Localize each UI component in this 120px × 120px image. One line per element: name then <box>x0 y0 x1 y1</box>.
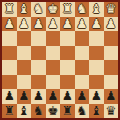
chess-piece-P[interactable]: ♟ <box>76 17 87 32</box>
chess-piece-B[interactable]: ♝ <box>91 2 102 17</box>
square[interactable]: ♟ <box>17 17 32 32</box>
square[interactable] <box>89 31 104 46</box>
chess-piece-N[interactable]: ♞ <box>33 2 44 17</box>
square[interactable]: ♜ <box>60 2 75 17</box>
chess-piece-b[interactable]: ♝ <box>18 104 29 119</box>
square[interactable] <box>75 46 90 61</box>
chess-piece-p[interactable]: ♟ <box>47 89 58 104</box>
chess-piece-r[interactable]: ♜ <box>62 104 73 119</box>
square[interactable]: ♝ <box>17 104 32 119</box>
square[interactable] <box>104 31 119 46</box>
square[interactable]: ♟ <box>60 17 75 32</box>
square[interactable]: ♟ <box>31 17 46 32</box>
chess-piece-p[interactable]: ♟ <box>62 89 73 104</box>
chess-piece-p[interactable]: ♟ <box>91 89 102 104</box>
chess-piece-p[interactable]: ♟ <box>4 89 15 104</box>
square[interactable] <box>60 75 75 90</box>
chess-piece-P[interactable]: ♟ <box>105 17 116 32</box>
square[interactable] <box>2 60 17 75</box>
square[interactable]: ♞ <box>75 104 90 119</box>
chess-piece-P[interactable]: ♟ <box>62 17 73 32</box>
square[interactable] <box>17 60 32 75</box>
square[interactable]: ♟ <box>46 89 61 104</box>
square[interactable]: ♝ <box>17 2 32 17</box>
chess-piece-P[interactable]: ♟ <box>4 17 15 32</box>
square[interactable] <box>31 60 46 75</box>
square[interactable] <box>2 75 17 90</box>
square[interactable] <box>46 31 61 46</box>
chess-piece-n[interactable]: ♞ <box>33 104 44 119</box>
square[interactable]: ♟ <box>17 89 32 104</box>
square[interactable] <box>31 46 46 61</box>
square[interactable]: ♟ <box>89 89 104 104</box>
square[interactable] <box>31 31 46 46</box>
chess-piece-n[interactable]: ♞ <box>76 104 87 119</box>
square[interactable]: ♟ <box>75 17 90 32</box>
square[interactable] <box>17 31 32 46</box>
chess-piece-B[interactable]: ♝ <box>18 2 29 17</box>
square[interactable]: ♜ <box>60 104 75 119</box>
chess-piece-P[interactable]: ♟ <box>33 17 44 32</box>
square[interactable]: ♟ <box>75 89 90 104</box>
chess-piece-k[interactable]: ♚ <box>47 104 58 119</box>
chess-piece-b[interactable]: ♝ <box>91 104 102 119</box>
square[interactable]: ♛ <box>104 2 119 17</box>
chess-piece-q[interactable]: ♛ <box>105 104 116 119</box>
square[interactable] <box>31 75 46 90</box>
chess-piece-K[interactable]: ♚ <box>47 2 58 17</box>
square[interactable]: ♜ <box>2 104 17 119</box>
chess-piece-r[interactable]: ♜ <box>4 104 15 119</box>
square[interactable]: ♞ <box>31 104 46 119</box>
square[interactable]: ♚ <box>46 104 61 119</box>
chess-piece-N[interactable]: ♞ <box>76 2 87 17</box>
square[interactable] <box>104 60 119 75</box>
chess-piece-P[interactable]: ♟ <box>91 17 102 32</box>
square[interactable] <box>75 31 90 46</box>
chess-piece-P[interactable]: ♟ <box>47 17 58 32</box>
square[interactable] <box>60 46 75 61</box>
square[interactable]: ♟ <box>46 17 61 32</box>
chess-piece-R[interactable]: ♜ <box>4 2 15 17</box>
board-frame: ♜♝♞♚♜♞♝♛♟♟♟♟♟♟♟♟♟♟♟♟♟♟♟♟♜♝♞♚♜♞♝♛ <box>0 0 120 120</box>
square[interactable] <box>104 75 119 90</box>
chess-piece-Q[interactable]: ♛ <box>105 2 116 17</box>
square[interactable]: ♟ <box>2 17 17 32</box>
square[interactable] <box>46 75 61 90</box>
chess-piece-p[interactable]: ♟ <box>18 89 29 104</box>
square[interactable]: ♞ <box>75 2 90 17</box>
square[interactable]: ♟ <box>89 17 104 32</box>
square[interactable]: ♝ <box>89 2 104 17</box>
square[interactable] <box>17 75 32 90</box>
chess-piece-p[interactable]: ♟ <box>105 89 116 104</box>
chess-piece-R[interactable]: ♜ <box>62 2 73 17</box>
square[interactable] <box>46 46 61 61</box>
square[interactable]: ♛ <box>104 104 119 119</box>
square[interactable]: ♟ <box>2 89 17 104</box>
chess-piece-p[interactable]: ♟ <box>33 89 44 104</box>
square[interactable]: ♜ <box>2 2 17 17</box>
square[interactable] <box>75 60 90 75</box>
chess-piece-P[interactable]: ♟ <box>18 17 29 32</box>
square[interactable]: ♞ <box>31 2 46 17</box>
square[interactable]: ♟ <box>31 89 46 104</box>
square[interactable]: ♚ <box>46 2 61 17</box>
chess-board[interactable]: ♜♝♞♚♜♞♝♛♟♟♟♟♟♟♟♟♟♟♟♟♟♟♟♟♜♝♞♚♜♞♝♛ <box>2 2 118 118</box>
square[interactable] <box>2 46 17 61</box>
square[interactable] <box>2 31 17 46</box>
square[interactable]: ♝ <box>89 104 104 119</box>
square[interactable]: ♟ <box>104 17 119 32</box>
square[interactable] <box>17 46 32 61</box>
square[interactable] <box>75 75 90 90</box>
square[interactable] <box>89 60 104 75</box>
square[interactable]: ♟ <box>60 89 75 104</box>
square[interactable] <box>104 46 119 61</box>
chess-piece-p[interactable]: ♟ <box>76 89 87 104</box>
square[interactable] <box>46 60 61 75</box>
square[interactable]: ♟ <box>104 89 119 104</box>
square[interactable] <box>60 60 75 75</box>
square[interactable] <box>60 31 75 46</box>
square[interactable] <box>89 46 104 61</box>
square[interactable] <box>89 75 104 90</box>
